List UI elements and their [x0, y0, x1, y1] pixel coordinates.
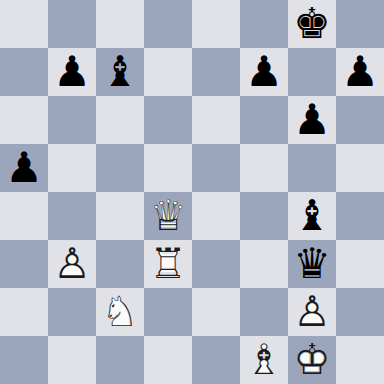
square-d5[interactable] [144, 144, 192, 192]
white-pawn-outline-icon: ♙ [48, 240, 96, 288]
square-e5[interactable] [192, 144, 240, 192]
square-g2[interactable]: ♟♙ [288, 288, 336, 336]
white-knight-icon: ♞ [96, 288, 144, 336]
square-b7[interactable]: ♟ [48, 48, 96, 96]
square-a7[interactable] [0, 48, 48, 96]
square-f8[interactable] [240, 0, 288, 48]
square-b3[interactable]: ♟♙ [48, 240, 96, 288]
square-b4[interactable] [48, 192, 96, 240]
square-e1[interactable] [192, 336, 240, 384]
square-e6[interactable] [192, 96, 240, 144]
square-b8[interactable] [48, 0, 96, 48]
white-rook-outline-icon: ♖ [144, 240, 192, 288]
black-pawn-icon: ♟ [0, 144, 48, 192]
square-c3[interactable] [96, 240, 144, 288]
square-a8[interactable] [0, 0, 48, 48]
square-c7[interactable]: ♝ [96, 48, 144, 96]
square-f7[interactable]: ♟ [240, 48, 288, 96]
square-h1[interactable] [336, 336, 384, 384]
square-d6[interactable] [144, 96, 192, 144]
square-h2[interactable] [336, 288, 384, 336]
square-e7[interactable] [192, 48, 240, 96]
square-g1[interactable]: ♚♔ [288, 336, 336, 384]
white-knight-outline-icon: ♘ [96, 288, 144, 336]
square-d7[interactable] [144, 48, 192, 96]
square-g7[interactable] [288, 48, 336, 96]
square-g6[interactable]: ♟ [288, 96, 336, 144]
square-c4[interactable] [96, 192, 144, 240]
square-g4[interactable]: ♝ [288, 192, 336, 240]
square-f1[interactable]: ♝♗ [240, 336, 288, 384]
square-g8[interactable]: ♚ [288, 0, 336, 48]
square-a1[interactable] [0, 336, 48, 384]
square-e4[interactable] [192, 192, 240, 240]
chess-board: ♚♟♝♟♟♟♟♛♕♝♟♙♜♖♛♞♘♟♙♝♗♚♔ [0, 0, 384, 384]
square-b1[interactable] [48, 336, 96, 384]
white-king-outline-icon: ♔ [288, 336, 336, 384]
square-f6[interactable] [240, 96, 288, 144]
square-a3[interactable] [0, 240, 48, 288]
square-b6[interactable] [48, 96, 96, 144]
square-h4[interactable] [336, 192, 384, 240]
square-d8[interactable] [144, 0, 192, 48]
black-pawn-icon: ♟ [288, 96, 336, 144]
square-e2[interactable] [192, 288, 240, 336]
white-bishop-outline-icon: ♗ [240, 336, 288, 384]
white-pawn-icon: ♟ [288, 288, 336, 336]
square-b5[interactable] [48, 144, 96, 192]
square-c6[interactable] [96, 96, 144, 144]
white-bishop-icon: ♝ [240, 336, 288, 384]
square-c8[interactable] [96, 0, 144, 48]
square-e3[interactable] [192, 240, 240, 288]
white-pawn-outline-icon: ♙ [288, 288, 336, 336]
square-c5[interactable] [96, 144, 144, 192]
white-pawn-icon: ♟ [48, 240, 96, 288]
black-bishop-icon: ♝ [288, 192, 336, 240]
square-h6[interactable] [336, 96, 384, 144]
square-h3[interactable] [336, 240, 384, 288]
square-a6[interactable] [0, 96, 48, 144]
square-d1[interactable] [144, 336, 192, 384]
white-queen-icon: ♛ [144, 192, 192, 240]
square-a4[interactable] [0, 192, 48, 240]
square-b2[interactable] [48, 288, 96, 336]
square-d2[interactable] [144, 288, 192, 336]
white-queen-outline-icon: ♕ [144, 192, 192, 240]
square-h8[interactable] [336, 0, 384, 48]
square-a5[interactable]: ♟ [0, 144, 48, 192]
black-pawn-icon: ♟ [48, 48, 96, 96]
square-g5[interactable] [288, 144, 336, 192]
black-king-icon: ♚ [288, 0, 336, 48]
black-bishop-icon: ♝ [96, 48, 144, 96]
square-f5[interactable] [240, 144, 288, 192]
square-e8[interactable] [192, 0, 240, 48]
square-f2[interactable] [240, 288, 288, 336]
white-rook-icon: ♜ [144, 240, 192, 288]
black-queen-icon: ♛ [288, 240, 336, 288]
square-c1[interactable] [96, 336, 144, 384]
square-d3[interactable]: ♜♖ [144, 240, 192, 288]
white-king-icon: ♚ [288, 336, 336, 384]
square-d4[interactable]: ♛♕ [144, 192, 192, 240]
square-c2[interactable]: ♞♘ [96, 288, 144, 336]
black-pawn-icon: ♟ [240, 48, 288, 96]
square-a2[interactable] [0, 288, 48, 336]
square-g3[interactable]: ♛ [288, 240, 336, 288]
square-h5[interactable] [336, 144, 384, 192]
black-pawn-icon: ♟ [336, 48, 384, 96]
square-f4[interactable] [240, 192, 288, 240]
square-f3[interactable] [240, 240, 288, 288]
square-h7[interactable]: ♟ [336, 48, 384, 96]
